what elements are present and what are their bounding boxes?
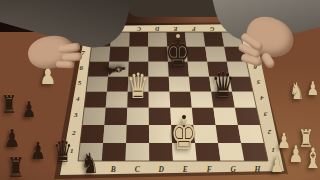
spare-piece-left_cluster-6: ♛ [53,137,72,167]
black-king-finial [176,34,180,38]
rank-label-right-4: 4 [260,94,265,102]
file-label-top-D: D [154,26,160,32]
piece-black-queen-g4: ♛ [211,68,234,104]
spare-piece-right_cluster-0: ♞ [290,80,305,103]
file-label-top-G: G [209,26,214,32]
rank-label-right-2: 2 [267,128,272,136]
piece-black-king-e6: ♚ [165,33,191,73]
rank-label-right-5: 5 [256,78,260,86]
rank-label-left-6: 6 [80,64,84,72]
spare-piece-right_cluster-6: ♟ [270,154,284,176]
left-hand-finger [56,61,74,69]
piece-white-king-e1: ♚ [171,114,198,156]
piece-white-queen-c4: ♛ [127,69,150,104]
rank-label-right-3: 3 [263,110,268,118]
file-label-bottom-B: B [110,165,116,174]
scene: ABCDEFGHABCDEFGH8877665544332211 ♝♟♜♟♟♟♛… [0,0,320,180]
file-label-bottom-G: G [231,165,237,174]
spare-piece-left_cluster-2: ♜ [1,92,17,117]
file-label-top-F: F [192,26,196,32]
spare-piece-right_cluster-5: ♝ [304,145,320,173]
file-label-bottom-E: E [182,165,188,174]
file-label-bottom-H: H [253,165,261,174]
rank-label-left-5: 5 [78,79,82,87]
spare-piece-left_cluster-5: ♟ [30,139,45,163]
white-king-finial [182,115,186,119]
spare-piece-right_cluster-4: ♟ [289,143,304,166]
spare-piece-left_cluster-7: ♞ [81,150,99,178]
spare-piece-right_cluster-1: ♟ [307,79,319,98]
file-label-bottom-F: F [207,165,212,174]
file-label-bottom-D: D [158,165,165,174]
spare-piece-left_cluster-8: ♜ [7,154,24,180]
spare-piece-left_cluster-4: ♟ [4,126,20,151]
spare-piece-left_cluster-3: ♟ [22,99,36,121]
rank-label-left-4: 4 [75,95,80,103]
rank-label-left-3: 3 [73,111,78,119]
